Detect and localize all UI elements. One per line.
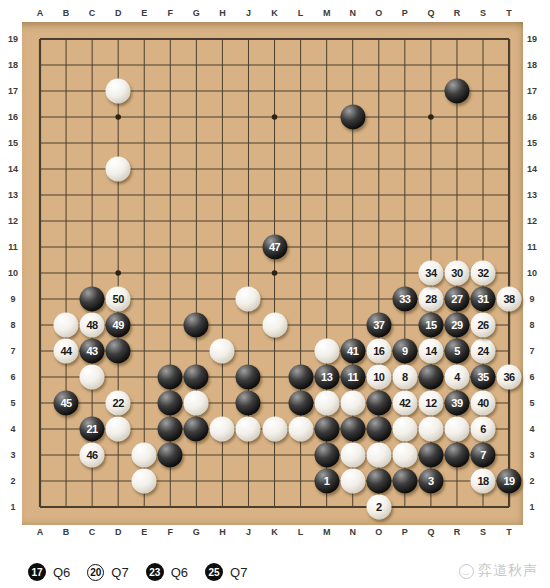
- stone-d5: 22: [106, 391, 131, 416]
- stone-f5: [158, 391, 183, 416]
- brand-stone-icon: ‿: [459, 564, 474, 579]
- coordinate-label: 16: [8, 113, 18, 122]
- move-number: 7: [480, 450, 486, 461]
- stone-k8: [262, 313, 287, 338]
- move-number: 15: [425, 320, 436, 331]
- coordinate-label: 15: [8, 139, 18, 148]
- stone-q2: 3: [418, 469, 443, 494]
- coordinate-label: C: [89, 9, 96, 18]
- move-number: 45: [60, 398, 71, 409]
- stone-s4: 6: [471, 417, 496, 442]
- stone-r6: 4: [444, 365, 469, 390]
- move-number: 14: [425, 346, 436, 357]
- stone-p5: 42: [392, 391, 417, 416]
- move-number: 43: [86, 346, 97, 357]
- stone-b8: [54, 313, 79, 338]
- stone-c4: 21: [80, 417, 105, 442]
- coordinate-label: B: [63, 528, 70, 537]
- coordinate-label: 11: [527, 243, 537, 252]
- move-number: 29: [451, 320, 462, 331]
- coordinate-label: R: [454, 9, 461, 18]
- coordinate-label: O: [375, 528, 382, 537]
- stone-d7: [106, 339, 131, 364]
- stone-q5: 12: [418, 391, 443, 416]
- stone-o6: 10: [366, 365, 391, 390]
- move-number: 12: [425, 398, 436, 409]
- stone-l6: [288, 365, 313, 390]
- coordinate-label: 9: [529, 295, 534, 304]
- move-number: 47: [269, 242, 280, 253]
- coordinate-label: 5: [529, 399, 534, 408]
- move-number: 33: [399, 294, 410, 305]
- coordinate-label: A: [37, 528, 44, 537]
- stone-m7: [314, 339, 339, 364]
- stone-e3: [132, 443, 157, 468]
- move-number: 40: [477, 398, 488, 409]
- move-number: 44: [60, 346, 71, 357]
- move-number: 31: [477, 294, 488, 305]
- star-point: [115, 270, 121, 276]
- brand-logo: ‿ 弈道秋声: [459, 562, 538, 580]
- coordinate-label: 11: [8, 243, 18, 252]
- coordinate-label: K: [271, 528, 278, 537]
- coordinate-label: B: [63, 9, 70, 18]
- coordinate-label: 3: [529, 451, 534, 460]
- coordinate-label: D: [115, 528, 122, 537]
- stone-m2: 1: [314, 469, 339, 494]
- coordinate-label: E: [141, 9, 147, 18]
- coordinate-label: Q: [427, 528, 434, 537]
- legend-stone-icon: 25: [205, 563, 223, 581]
- coordinate-label: C: [89, 528, 96, 537]
- coordinate-label: 4: [529, 425, 534, 434]
- stone-c6: [80, 365, 105, 390]
- legend-item: 20Q7: [87, 564, 145, 581]
- stone-d9: 50: [106, 287, 131, 312]
- coordinate-label: F: [168, 528, 174, 537]
- stone-t9: 38: [497, 287, 522, 312]
- coordinate-label: T: [506, 9, 512, 18]
- coordinate-label: M: [323, 528, 331, 537]
- stone-o5: [366, 391, 391, 416]
- coordinate-label: F: [168, 9, 174, 18]
- move-number: 26: [477, 320, 488, 331]
- legend-stone-icon: 23: [146, 563, 164, 581]
- coordinate-label: 8: [529, 321, 534, 330]
- move-number: 8: [402, 372, 408, 383]
- coordinate-label: 10: [8, 269, 18, 278]
- coordinate-label: M: [323, 9, 331, 18]
- stone-t6: 36: [497, 365, 522, 390]
- move-number: 27: [451, 294, 462, 305]
- star-point: [428, 114, 434, 120]
- stone-s8: 26: [471, 313, 496, 338]
- stone-p2: [392, 469, 417, 494]
- move-number: 42: [399, 398, 410, 409]
- legend-point: Q6: [171, 565, 188, 580]
- coordinate-label: P: [402, 528, 408, 537]
- coordinate-label: 2: [10, 477, 15, 486]
- stone-r4: [444, 417, 469, 442]
- legend-item: 23Q6: [146, 563, 205, 581]
- stone-s2: 18: [471, 469, 496, 494]
- stone-q6: [418, 365, 443, 390]
- stone-h4: [210, 417, 235, 442]
- move-number: 50: [113, 294, 124, 305]
- move-number: 9: [402, 346, 408, 357]
- stone-e2: [132, 469, 157, 494]
- stone-j9: [236, 287, 261, 312]
- legend-item: 17Q6: [28, 563, 87, 581]
- stone-m4: [314, 417, 339, 442]
- stone-q10: 34: [418, 261, 443, 286]
- coordinate-label: 1: [529, 503, 534, 512]
- stone-p4: [392, 417, 417, 442]
- stone-f4: [158, 417, 183, 442]
- star-point: [115, 114, 121, 120]
- stone-l4: [288, 417, 313, 442]
- stone-p7: 9: [392, 339, 417, 364]
- move-number: 1: [324, 476, 330, 487]
- stone-k4: [262, 417, 287, 442]
- coordinate-label: L: [298, 528, 304, 537]
- move-number: 2: [376, 502, 382, 513]
- coordinate-label: 3: [10, 451, 15, 460]
- move-number: 34: [425, 268, 436, 279]
- stone-c8: 48: [80, 313, 105, 338]
- move-legend: 17Q620Q723Q625Q7: [28, 560, 264, 584]
- stone-b5: 45: [54, 391, 79, 416]
- stone-r9: 27: [444, 287, 469, 312]
- stone-l5: [288, 391, 313, 416]
- stone-s6: 35: [471, 365, 496, 390]
- coordinate-label: 13: [8, 191, 18, 200]
- stone-o3: [366, 443, 391, 468]
- stone-d14: [106, 157, 131, 182]
- star-point: [272, 270, 278, 276]
- coordinate-label: 14: [527, 165, 537, 174]
- stone-r3: [444, 443, 469, 468]
- coordinate-label: 6: [10, 373, 15, 382]
- stone-r5: 39: [444, 391, 469, 416]
- legend-point: Q7: [230, 565, 247, 580]
- coordinate-label: 6: [529, 373, 534, 382]
- coordinate-label: 18: [527, 61, 537, 70]
- stone-s9: 31: [471, 287, 496, 312]
- coordinate-label: 12: [8, 217, 18, 226]
- stone-n6: 11: [340, 365, 365, 390]
- move-number: 21: [86, 424, 97, 435]
- stone-o8: 37: [366, 313, 391, 338]
- legend-point: Q7: [111, 565, 128, 580]
- coordinate-label: A: [37, 9, 44, 18]
- stone-o2: [366, 469, 391, 494]
- stone-c3: 46: [80, 443, 105, 468]
- stone-m3: [314, 443, 339, 468]
- go-diagram-page: AABBCCDDEEFFGGHHJJKKLLMMNNOOPPQQRRSSTT19…: [0, 0, 550, 588]
- stone-j6: [236, 365, 261, 390]
- coordinate-label: 4: [10, 425, 15, 434]
- legend-item: 25Q7: [205, 563, 264, 581]
- coordinate-label: 2: [529, 477, 534, 486]
- stone-q4: [418, 417, 443, 442]
- stone-d17: [106, 79, 131, 104]
- stone-m6: 13: [314, 365, 339, 390]
- coordinate-label: N: [349, 528, 356, 537]
- coordinate-label: H: [219, 9, 226, 18]
- stone-f6: [158, 365, 183, 390]
- move-number: 3: [428, 476, 434, 487]
- coordinate-label: R: [454, 528, 461, 537]
- move-number: 32: [477, 268, 488, 279]
- stone-p3: [392, 443, 417, 468]
- coordinate-label: N: [349, 9, 356, 18]
- coordinate-label: L: [298, 9, 304, 18]
- stone-s5: 40: [471, 391, 496, 416]
- stone-o1: 2: [366, 495, 391, 520]
- stone-q7: 14: [418, 339, 443, 364]
- move-number: 39: [451, 398, 462, 409]
- move-number: 16: [373, 346, 384, 357]
- coordinate-label: O: [375, 9, 382, 18]
- move-number: 38: [503, 294, 514, 305]
- move-number: 30: [451, 268, 462, 279]
- stone-s7: 24: [471, 339, 496, 364]
- legend-stone-icon: 17: [28, 563, 46, 581]
- stone-s3: 7: [471, 443, 496, 468]
- stone-p6: 8: [392, 365, 417, 390]
- stone-q3: [418, 443, 443, 468]
- coordinate-label: 17: [527, 87, 537, 96]
- coordinate-label: 8: [10, 321, 15, 330]
- stone-t2: 19: [497, 469, 522, 494]
- coordinate-label: S: [480, 528, 486, 537]
- move-number: 22: [113, 398, 124, 409]
- stone-o4: [366, 417, 391, 442]
- stone-k11: 47: [262, 235, 287, 260]
- move-number: 24: [477, 346, 488, 357]
- stone-c9: [80, 287, 105, 312]
- stone-r8: 29: [444, 313, 469, 338]
- stone-j4: [236, 417, 261, 442]
- coordinate-label: H: [219, 528, 226, 537]
- coordinate-label: E: [141, 528, 147, 537]
- coordinate-label: K: [271, 9, 278, 18]
- move-number: 5: [454, 346, 460, 357]
- stone-r17: [444, 79, 469, 104]
- coordinate-label: 7: [10, 347, 15, 356]
- coordinate-label: 5: [10, 399, 15, 408]
- move-number: 19: [503, 476, 514, 487]
- coordinate-label: J: [246, 528, 251, 537]
- stone-h7: [210, 339, 235, 364]
- move-number: 46: [86, 450, 97, 461]
- move-number: 37: [373, 320, 384, 331]
- coordinate-label: 1: [10, 503, 15, 512]
- stone-c7: 43: [80, 339, 105, 364]
- coordinate-label: G: [193, 9, 200, 18]
- coordinate-label: J: [246, 9, 251, 18]
- coordinate-label: 14: [8, 165, 18, 174]
- move-number: 6: [480, 424, 486, 435]
- coordinate-label: P: [402, 9, 408, 18]
- coordinate-label: G: [193, 528, 200, 537]
- stone-b7: 44: [54, 339, 79, 364]
- stone-m5: [314, 391, 339, 416]
- stone-q8: 15: [418, 313, 443, 338]
- stone-j5: [236, 391, 261, 416]
- move-number: 41: [347, 346, 358, 357]
- stone-p9: 33: [392, 287, 417, 312]
- stone-n7: 41: [340, 339, 365, 364]
- legend-point: Q6: [53, 565, 70, 580]
- move-number: 11: [347, 372, 358, 383]
- brand-logo-text: 弈道秋声: [478, 562, 538, 580]
- coordinate-label: T: [506, 528, 512, 537]
- coordinate-label: S: [480, 9, 486, 18]
- stone-n5: [340, 391, 365, 416]
- coordinate-label: 19: [8, 35, 18, 44]
- stone-d8: 49: [106, 313, 131, 338]
- stone-g8: [184, 313, 209, 338]
- stone-f3: [158, 443, 183, 468]
- move-number: 10: [373, 372, 384, 383]
- coordinate-label: 10: [527, 269, 537, 278]
- stone-n2: [340, 469, 365, 494]
- move-number: 36: [503, 372, 514, 383]
- stone-n16: [340, 105, 365, 130]
- coordinate-label: Q: [427, 9, 434, 18]
- coordinate-label: 7: [529, 347, 534, 356]
- legend-stone-icon: 20: [87, 564, 104, 581]
- stone-g5: [184, 391, 209, 416]
- stone-g4: [184, 417, 209, 442]
- coordinate-label: 12: [527, 217, 537, 226]
- coordinate-label: 17: [8, 87, 18, 96]
- move-number: 49: [113, 320, 124, 331]
- coordinate-label: 13: [527, 191, 537, 200]
- coordinate-label: 16: [527, 113, 537, 122]
- stone-g6: [184, 365, 209, 390]
- move-number: 4: [454, 372, 460, 383]
- stone-r10: 30: [444, 261, 469, 286]
- stone-n3: [340, 443, 365, 468]
- stone-o7: 16: [366, 339, 391, 364]
- star-point: [272, 114, 278, 120]
- coordinate-label: 9: [10, 295, 15, 304]
- move-number: 35: [477, 372, 488, 383]
- move-number: 13: [321, 372, 332, 383]
- move-number: 28: [425, 294, 436, 305]
- stone-q9: 28: [418, 287, 443, 312]
- stone-n4: [340, 417, 365, 442]
- coordinate-label: 15: [527, 139, 537, 148]
- stone-d4: [106, 417, 131, 442]
- stone-r7: 5: [444, 339, 469, 364]
- move-number: 18: [477, 476, 488, 487]
- move-number: 48: [86, 320, 97, 331]
- stone-s10: 32: [471, 261, 496, 286]
- coordinate-label: 19: [527, 35, 537, 44]
- coordinate-label: D: [115, 9, 122, 18]
- coordinate-label: 18: [8, 61, 18, 70]
